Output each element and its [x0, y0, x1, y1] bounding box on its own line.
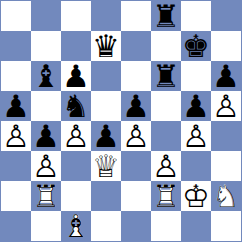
square-f1[interactable] [151, 211, 181, 241]
square-c6[interactable]: ♟ [61, 61, 91, 91]
black-queen-icon: ♛ [92, 31, 120, 61]
square-f3[interactable]: ♙ [151, 151, 181, 181]
black-knight-icon: ♞ [62, 91, 90, 121]
black-pawn-icon: ♟ [92, 121, 120, 151]
white-pawn-icon: ♙ [2, 121, 30, 151]
square-a8[interactable] [1, 1, 31, 31]
square-d4[interactable]: ♟ [91, 121, 121, 151]
square-g2[interactable]: ♔ [181, 181, 211, 211]
square-g1[interactable] [181, 211, 211, 241]
square-b5[interactable] [31, 91, 61, 121]
square-b7[interactable] [31, 31, 61, 61]
white-pawn-icon: ♙ [62, 121, 90, 151]
square-e5[interactable]: ♟ [121, 91, 151, 121]
white-pawn-icon: ♙ [122, 121, 150, 151]
white-rook-icon: ♖ [152, 181, 180, 211]
square-g4[interactable]: ♙ [181, 121, 211, 151]
white-pawn-icon: ♙ [212, 91, 240, 121]
square-c8[interactable] [61, 1, 91, 31]
black-rook-icon: ♜ [152, 1, 180, 31]
white-rook-icon: ♖ [32, 181, 60, 211]
white-king-icon: ♔ [182, 181, 210, 211]
square-d5[interactable] [91, 91, 121, 121]
black-bishop-icon: ♝ [32, 61, 60, 91]
square-f5[interactable] [151, 91, 181, 121]
black-pawn-icon: ♟ [212, 61, 240, 91]
square-b4[interactable]: ♟ [31, 121, 61, 151]
square-e1[interactable] [121, 211, 151, 241]
square-b8[interactable] [31, 1, 61, 31]
square-d3[interactable]: ♕ [91, 151, 121, 181]
black-pawn-icon: ♟ [62, 61, 90, 91]
square-f6[interactable]: ♜ [151, 61, 181, 91]
square-h5[interactable]: ♙ [211, 91, 241, 121]
square-c4[interactable]: ♙ [61, 121, 91, 151]
square-c1[interactable]: ♗ [61, 211, 91, 241]
square-b1[interactable] [31, 211, 61, 241]
square-g8[interactable] [181, 1, 211, 31]
square-a6[interactable] [1, 61, 31, 91]
square-e7[interactable] [121, 31, 151, 61]
square-f8[interactable]: ♜ [151, 1, 181, 31]
square-f7[interactable] [151, 31, 181, 61]
square-b6[interactable]: ♝ [31, 61, 61, 91]
square-g6[interactable] [181, 61, 211, 91]
white-pawn-icon: ♙ [182, 121, 210, 151]
square-a4[interactable]: ♙ [1, 121, 31, 151]
square-g5[interactable]: ♟ [181, 91, 211, 121]
square-h4[interactable] [211, 121, 241, 151]
square-c2[interactable] [61, 181, 91, 211]
square-c3[interactable] [61, 151, 91, 181]
square-e8[interactable] [121, 1, 151, 31]
square-d2[interactable] [91, 181, 121, 211]
square-c5[interactable]: ♞ [61, 91, 91, 121]
square-h3[interactable] [211, 151, 241, 181]
square-g7[interactable]: ♚ [181, 31, 211, 61]
white-bishop-icon: ♗ [62, 211, 90, 241]
chess-board: ♜♛♚♝♟♜♟♟♞♟♟♙♙♟♙♟♙♙♙♕♙♖♖♔♘♗ [0, 0, 242, 242]
white-pawn-icon: ♙ [152, 151, 180, 181]
black-pawn-icon: ♟ [122, 91, 150, 121]
square-h7[interactable] [211, 31, 241, 61]
square-d8[interactable] [91, 1, 121, 31]
square-a3[interactable] [1, 151, 31, 181]
square-f2[interactable]: ♖ [151, 181, 181, 211]
black-pawn-icon: ♟ [32, 121, 60, 151]
white-queen-icon: ♕ [92, 151, 120, 181]
square-d7[interactable]: ♛ [91, 31, 121, 61]
white-knight-icon: ♘ [212, 181, 240, 211]
square-g3[interactable] [181, 151, 211, 181]
black-pawn-icon: ♟ [182, 91, 210, 121]
square-b3[interactable]: ♙ [31, 151, 61, 181]
black-rook-icon: ♜ [152, 61, 180, 91]
square-a7[interactable] [1, 31, 31, 61]
square-d1[interactable] [91, 211, 121, 241]
square-b2[interactable]: ♖ [31, 181, 61, 211]
square-h8[interactable] [211, 1, 241, 31]
square-e6[interactable] [121, 61, 151, 91]
white-pawn-icon: ♙ [32, 151, 60, 181]
square-e3[interactable] [121, 151, 151, 181]
square-c7[interactable] [61, 31, 91, 61]
square-e4[interactable]: ♙ [121, 121, 151, 151]
square-f4[interactable] [151, 121, 181, 151]
square-a1[interactable] [1, 211, 31, 241]
square-d6[interactable] [91, 61, 121, 91]
square-a5[interactable]: ♟ [1, 91, 31, 121]
black-pawn-icon: ♟ [2, 91, 30, 121]
square-h6[interactable]: ♟ [211, 61, 241, 91]
square-e2[interactable] [121, 181, 151, 211]
square-h2[interactable]: ♘ [211, 181, 241, 211]
square-h1[interactable] [211, 211, 241, 241]
square-a2[interactable] [1, 181, 31, 211]
black-king-icon: ♚ [182, 31, 210, 61]
